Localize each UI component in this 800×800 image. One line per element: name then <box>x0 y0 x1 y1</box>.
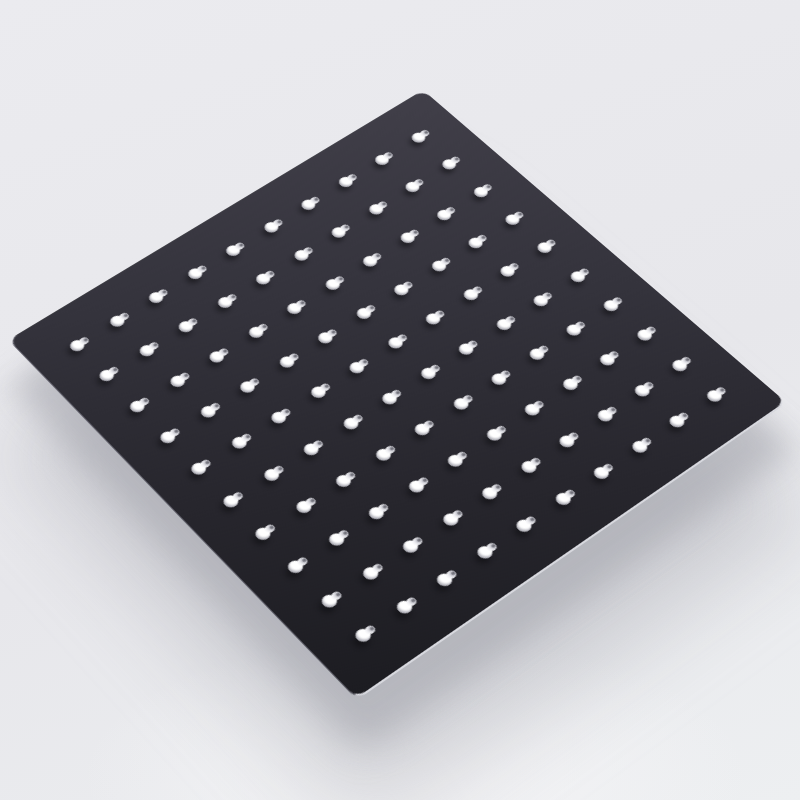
nozzle <box>552 490 573 507</box>
nozzle <box>379 390 399 406</box>
nozzle <box>471 185 490 199</box>
nozzle <box>373 153 392 167</box>
nozzle <box>440 511 461 528</box>
nozzle <box>293 499 314 516</box>
nozzle <box>474 544 495 561</box>
nozzle <box>494 317 514 332</box>
nozzle <box>456 341 476 357</box>
nozzle <box>359 564 380 581</box>
nozzle <box>386 335 406 351</box>
nozzle <box>632 382 653 398</box>
nozzle <box>167 373 187 389</box>
nozzle <box>198 404 218 420</box>
nozzle <box>373 447 394 463</box>
nozzle <box>556 433 577 449</box>
nozzle <box>97 368 117 384</box>
nozzle <box>429 259 449 274</box>
nozzle <box>669 357 689 373</box>
nozzle <box>466 235 486 250</box>
nozzle <box>366 505 387 522</box>
nozzle <box>629 439 650 455</box>
nozzle <box>238 379 258 395</box>
nozzle <box>229 435 249 451</box>
nozzle <box>601 298 621 313</box>
nozzle <box>340 415 360 431</box>
nozzle <box>107 314 127 329</box>
nozzle <box>221 493 242 510</box>
nozzle <box>308 385 328 401</box>
nozzle <box>434 571 455 589</box>
nozzle <box>284 301 304 316</box>
nozzle <box>409 131 428 145</box>
nozzle <box>560 377 580 393</box>
nozzle <box>531 293 551 308</box>
nozzle <box>329 225 348 240</box>
nozzle <box>403 180 422 194</box>
nozzle <box>564 322 584 337</box>
nozzle <box>354 306 374 321</box>
nozzle <box>635 328 655 344</box>
nozzle <box>461 287 481 302</box>
nozzle <box>347 360 367 376</box>
nozzle <box>68 338 88 353</box>
nozzle <box>207 349 227 365</box>
nozzle <box>352 626 374 644</box>
nozzle <box>704 388 725 404</box>
nozzle <box>418 365 438 381</box>
nozzle <box>176 319 196 334</box>
nozzle <box>323 277 343 292</box>
nozzle <box>285 558 306 575</box>
nozzle <box>594 407 615 423</box>
nozzle <box>360 253 380 268</box>
nozzle <box>185 266 205 281</box>
nozzle <box>326 531 347 548</box>
nozzle <box>127 398 147 414</box>
nozzle <box>489 371 509 387</box>
nozzle <box>261 466 282 483</box>
nozzle <box>224 243 243 258</box>
nozzle <box>301 441 322 457</box>
nozzle <box>336 175 355 189</box>
nozzle <box>434 207 453 222</box>
nozzle <box>398 230 418 245</box>
nozzle <box>518 458 539 475</box>
nozzle <box>189 461 210 478</box>
nozzle <box>535 241 555 256</box>
nozzle <box>393 598 415 616</box>
nozzle <box>246 325 266 340</box>
nozzle <box>333 472 354 489</box>
nozzle <box>667 413 688 429</box>
nozzle <box>522 402 543 418</box>
nozzle <box>319 592 340 610</box>
nozzle <box>568 269 588 284</box>
nozzle <box>254 272 274 287</box>
nozzle <box>299 197 318 211</box>
nozzle <box>406 478 427 495</box>
nozzle <box>479 484 500 501</box>
nozzle <box>400 537 421 554</box>
nozzle <box>412 421 433 437</box>
nozzle <box>498 264 518 279</box>
nozzle <box>137 343 157 359</box>
nozzle <box>292 248 312 263</box>
product-photo <box>0 0 800 800</box>
nozzle <box>503 212 523 227</box>
nozzle <box>484 427 505 443</box>
nozzle <box>147 290 167 305</box>
nozzle <box>591 464 612 481</box>
nozzle <box>598 352 618 368</box>
nozzle <box>392 282 412 297</box>
nozzle <box>215 295 235 310</box>
nozzle <box>367 202 386 216</box>
nozzle <box>253 525 274 542</box>
nozzle <box>440 158 459 172</box>
nozzle <box>424 311 444 326</box>
nozzle <box>277 354 297 370</box>
nozzle <box>316 330 336 345</box>
nozzle <box>527 346 547 362</box>
nozzle <box>445 452 466 469</box>
nozzle <box>513 517 534 534</box>
nozzle <box>262 220 281 235</box>
nozzle <box>451 396 471 412</box>
nozzle <box>269 410 289 426</box>
nozzle <box>158 429 178 445</box>
